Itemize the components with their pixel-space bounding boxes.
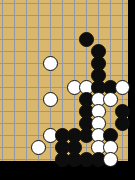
grid-line-horizontal: [0, 111, 128, 112]
grid-line-horizontal: [0, 27, 128, 28]
white-stone: [43, 56, 58, 71]
grid-line-vertical: [38, 0, 39, 161]
white-stone: [103, 152, 118, 167]
grid-line-horizontal: [0, 39, 128, 40]
white-stone: [115, 80, 130, 95]
grid-line-vertical: [14, 0, 15, 161]
black-stone: [115, 116, 130, 131]
grid-line-horizontal: [0, 15, 128, 16]
white-stone: [31, 140, 46, 155]
grid-line-vertical: [26, 0, 27, 161]
grid-line-horizontal: [0, 63, 128, 64]
black-stone: [79, 32, 94, 47]
grid-line-horizontal: [0, 3, 128, 4]
go-board[interactable]: [0, 0, 135, 180]
white-stone: [43, 92, 58, 107]
white-stone: [103, 92, 118, 107]
grid-line-horizontal: [0, 51, 128, 52]
grid-line-vertical: [2, 0, 3, 161]
grid-line-horizontal: [0, 75, 128, 76]
grid-line-horizontal: [0, 123, 128, 124]
